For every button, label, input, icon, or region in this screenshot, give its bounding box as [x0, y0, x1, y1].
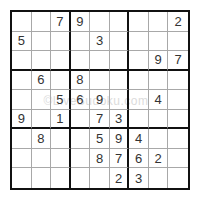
cell-r8c5[interactable]: 8 — [90, 149, 110, 169]
cell-r4c5[interactable] — [90, 71, 110, 91]
cell-r8c1[interactable] — [12, 149, 32, 169]
cell-r9c4[interactable] — [71, 168, 91, 188]
cell-r9c8[interactable] — [149, 168, 169, 188]
cell-r7c3[interactable] — [51, 129, 71, 149]
cell-r3c2[interactable] — [32, 51, 52, 71]
cell-r4c2[interactable]: 6 — [32, 71, 52, 91]
cell-r3c6[interactable] — [110, 51, 130, 71]
cell-r3c5[interactable] — [90, 51, 110, 71]
cell-r3c1[interactable] — [12, 51, 32, 71]
cell-r1c7[interactable] — [129, 12, 149, 32]
cell-r7c7[interactable]: 4 — [129, 129, 149, 149]
sudoku-board-area: ©LiveSudoku.com 792539768569491738594876… — [10, 10, 190, 190]
cell-r8c3[interactable] — [51, 149, 71, 169]
cell-r6c6[interactable]: 3 — [110, 110, 130, 130]
cell-r9c9[interactable] — [168, 168, 188, 188]
cell-r9c6[interactable]: 2 — [110, 168, 130, 188]
cell-r9c1[interactable] — [12, 168, 32, 188]
cell-r7c6[interactable]: 9 — [110, 129, 130, 149]
cell-r2c7[interactable] — [129, 32, 149, 52]
cell-r2c3[interactable] — [51, 32, 71, 52]
cell-r9c5[interactable] — [90, 168, 110, 188]
cell-r2c8[interactable] — [149, 32, 169, 52]
cell-r2c2[interactable] — [32, 32, 52, 52]
cell-r2c6[interactable] — [110, 32, 130, 52]
cell-r2c1[interactable]: 5 — [12, 32, 32, 52]
cell-r3c7[interactable] — [129, 51, 149, 71]
cell-r6c4[interactable] — [71, 110, 91, 130]
cell-r6c5[interactable]: 7 — [90, 110, 110, 130]
cell-r8c9[interactable] — [168, 149, 188, 169]
cell-r5c6[interactable] — [110, 90, 130, 110]
cell-r5c2[interactable] — [32, 90, 52, 110]
sudoku-board: 792539768569491738594876223 — [10, 10, 190, 190]
cell-r4c3[interactable] — [51, 71, 71, 91]
cell-r8c2[interactable] — [32, 149, 52, 169]
cell-r4c6[interactable] — [110, 71, 130, 91]
cell-r3c4[interactable] — [71, 51, 91, 71]
cell-r8c4[interactable] — [71, 149, 91, 169]
cell-r5c8[interactable]: 4 — [149, 90, 169, 110]
cell-r2c4[interactable] — [71, 32, 91, 52]
cell-r7c1[interactable] — [12, 129, 32, 149]
cell-r8c6[interactable]: 7 — [110, 149, 130, 169]
cell-r7c5[interactable]: 5 — [90, 129, 110, 149]
cell-r8c7[interactable]: 6 — [129, 149, 149, 169]
cell-r5c5[interactable]: 9 — [90, 90, 110, 110]
cell-r6c8[interactable] — [149, 110, 169, 130]
cell-r4c9[interactable] — [168, 71, 188, 91]
cell-r6c3[interactable]: 1 — [51, 110, 71, 130]
cell-r1c5[interactable] — [90, 12, 110, 32]
cell-r7c9[interactable] — [168, 129, 188, 149]
cell-r6c2[interactable] — [32, 110, 52, 130]
cell-r3c8[interactable]: 9 — [149, 51, 169, 71]
cell-r1c3[interactable]: 7 — [51, 12, 71, 32]
cell-r7c8[interactable] — [149, 129, 169, 149]
cell-r8c8[interactable]: 2 — [149, 149, 169, 169]
cell-r1c9[interactable]: 2 — [168, 12, 188, 32]
cell-r4c7[interactable] — [129, 71, 149, 91]
cell-r5c4[interactable]: 6 — [71, 90, 91, 110]
cell-r3c3[interactable] — [51, 51, 71, 71]
cell-r1c1[interactable] — [12, 12, 32, 32]
cell-r1c8[interactable] — [149, 12, 169, 32]
cell-r6c1[interactable]: 9 — [12, 110, 32, 130]
cell-r1c6[interactable] — [110, 12, 130, 32]
cell-r5c7[interactable] — [129, 90, 149, 110]
cell-r9c3[interactable] — [51, 168, 71, 188]
cell-r7c4[interactable] — [71, 129, 91, 149]
cell-r4c1[interactable] — [12, 71, 32, 91]
cell-r1c2[interactable] — [32, 12, 52, 32]
cell-r5c9[interactable] — [168, 90, 188, 110]
cell-r1c4[interactable]: 9 — [71, 12, 91, 32]
cell-r4c4[interactable]: 8 — [71, 71, 91, 91]
cell-r2c5[interactable]: 3 — [90, 32, 110, 52]
cell-r7c2[interactable]: 8 — [32, 129, 52, 149]
cell-r3c9[interactable]: 7 — [168, 51, 188, 71]
cell-r6c9[interactable] — [168, 110, 188, 130]
cell-r9c7[interactable]: 3 — [129, 168, 149, 188]
cell-r2c9[interactable] — [168, 32, 188, 52]
cell-r5c1[interactable] — [12, 90, 32, 110]
cell-r6c7[interactable] — [129, 110, 149, 130]
cell-r4c8[interactable] — [149, 71, 169, 91]
cell-r5c3[interactable]: 5 — [51, 90, 71, 110]
cell-r9c2[interactable] — [32, 168, 52, 188]
